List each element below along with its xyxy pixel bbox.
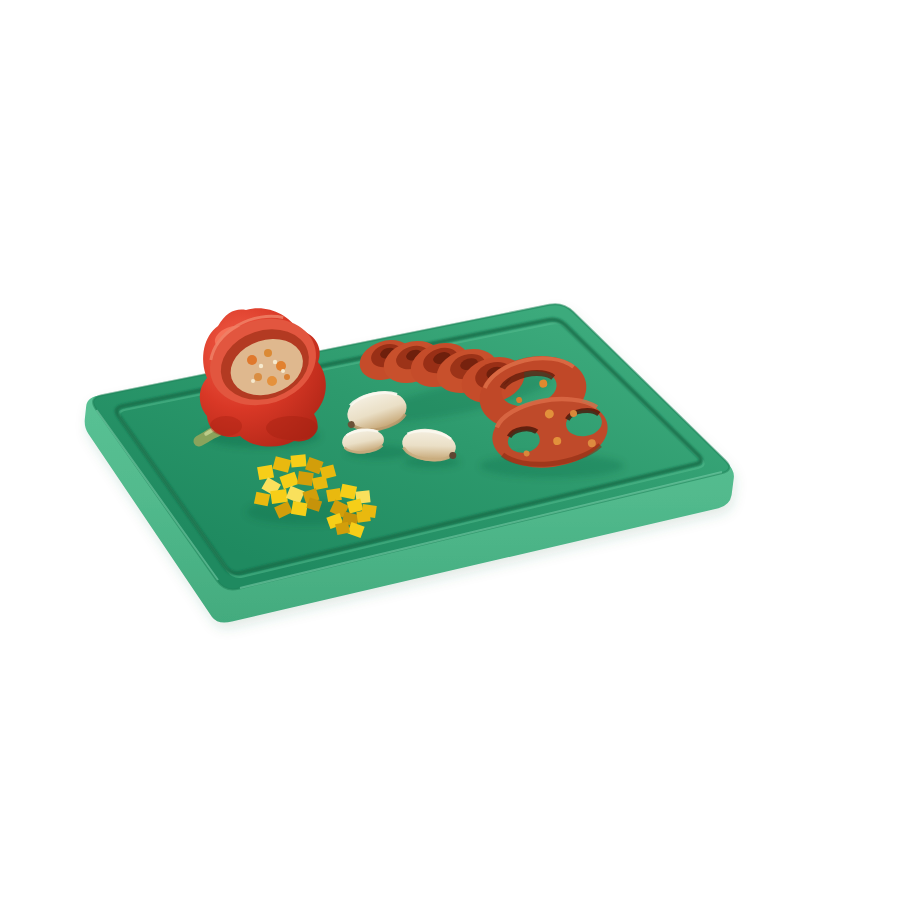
bell-pepper-half — [199, 305, 328, 446]
product-photo: Green plastic cutting board with a juice… — [0, 0, 900, 900]
scene-canvas — [0, 0, 900, 900]
